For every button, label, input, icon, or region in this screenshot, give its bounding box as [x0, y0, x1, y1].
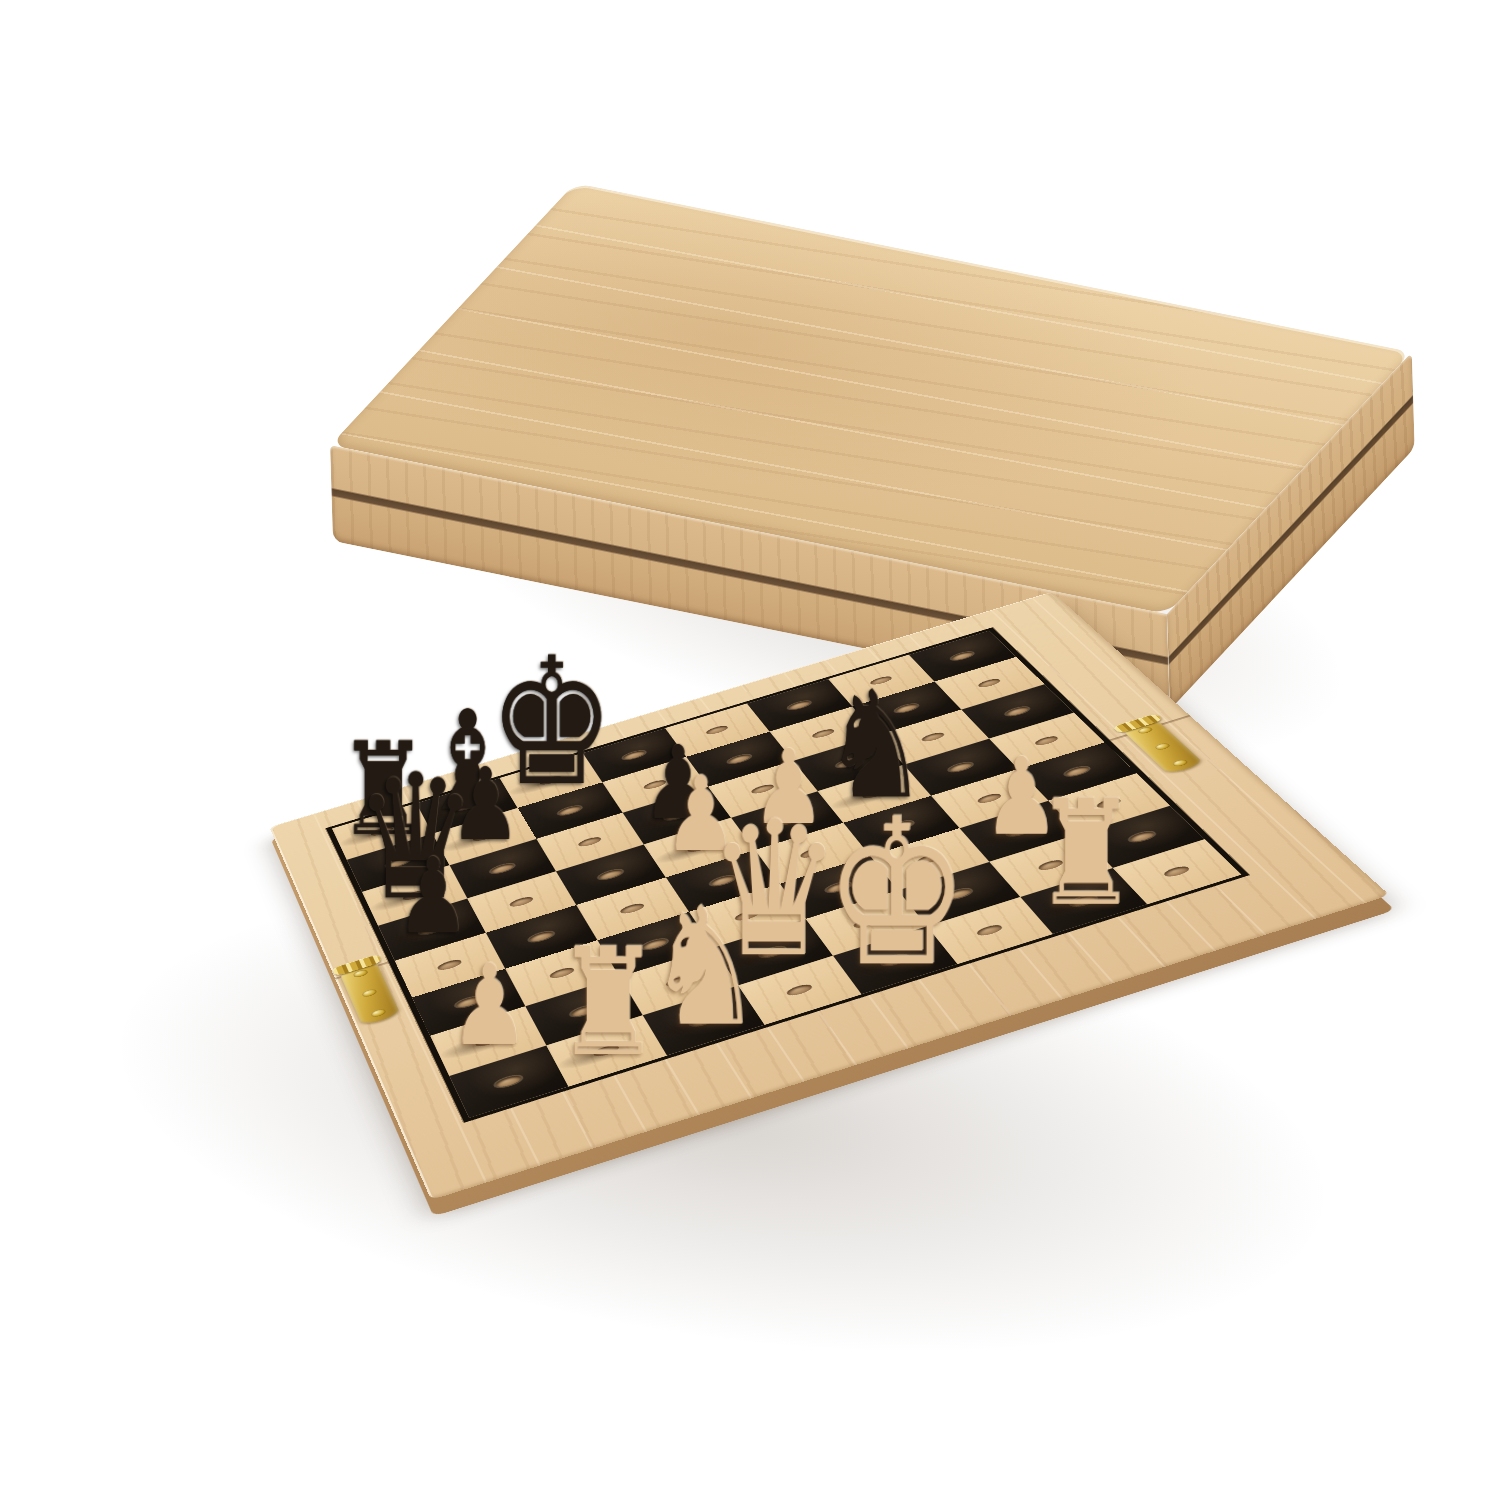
peg-hole: [641, 937, 669, 951]
piece-cast-shadow: [839, 945, 929, 984]
hinge-barrel-icon: [332, 954, 382, 977]
peg-hole: [1033, 735, 1060, 747]
piece-cast-shadow: [823, 780, 905, 814]
peg-hole: [1095, 797, 1124, 810]
piece-cast-shadow: [648, 1004, 738, 1045]
peg-hole: [887, 819, 915, 832]
peg-hole: [385, 856, 410, 869]
square-b4: [486, 905, 598, 969]
open-board-scene: ♜♝♚♟♛♟♟♟♟♞♟♟♛♜♞♚♜: [0, 0, 1500, 1500]
peg-hole: [436, 958, 463, 972]
peg-hole: [787, 700, 812, 711]
peg-hole: [1063, 765, 1091, 778]
chess-grid: ♜♝♚♟♛♟♟♟♟♞♟♟♛♜♞♚♜: [326, 627, 1250, 1122]
screw-icon: [1154, 742, 1172, 751]
peg-hole: [733, 909, 761, 923]
screw-icon: [370, 1008, 387, 1018]
peg-hole: [976, 792, 1004, 805]
peg-hole: [950, 650, 975, 661]
peg-hole: [490, 862, 516, 875]
peg-hole: [622, 749, 647, 761]
peg-hole: [548, 966, 576, 980]
peg-hole: [508, 895, 534, 908]
peg-hole: [664, 974, 693, 988]
peg-hole: [709, 874, 736, 887]
peg-hole: [455, 995, 482, 1009]
peg-hole: [852, 916, 881, 930]
screw-icon: [361, 988, 377, 998]
screw-icon: [1171, 759, 1189, 768]
peg-hole: [976, 677, 1002, 688]
peg-hole: [619, 902, 646, 915]
peg-hole: [1036, 858, 1065, 872]
peg-hole: [727, 753, 753, 765]
peg-hole: [824, 880, 852, 894]
peg-hole: [785, 983, 814, 998]
peg-hole: [810, 728, 836, 740]
peg-hole: [577, 836, 603, 849]
peg-hole: [528, 930, 555, 944]
peg-hole: [947, 761, 974, 773]
peg-hole: [798, 847, 825, 860]
product-photo-scene: ♜♝♚♟♛♟♟♟♟♞♟♟♛♜♞♚♜: [0, 0, 1500, 1500]
peg-hole: [1162, 865, 1192, 879]
peg-hole: [1004, 705, 1031, 717]
square-a1: [449, 1046, 568, 1118]
square-h1: [1113, 839, 1241, 904]
peg-hole: [835, 757, 861, 769]
peg-hole: [494, 1074, 523, 1089]
peg-hole: [975, 923, 1005, 937]
screw-icon: [353, 969, 369, 979]
peg-hole: [569, 1004, 597, 1019]
peg-hole: [894, 702, 920, 714]
peg-hole: [915, 852, 943, 865]
peg-hole: [750, 783, 776, 795]
piece-cast-shadow: [365, 882, 445, 917]
piece-cast-shadow: [1028, 886, 1118, 924]
peg-hole: [642, 779, 667, 791]
peg-hole: [597, 868, 624, 881]
peg-hole: [557, 804, 582, 816]
peg-hole: [920, 731, 946, 743]
peg-hole: [868, 675, 893, 686]
board-surface: ♜♝♚♟♛♟♟♟♟♞♟♟♛♜♞♚♜: [269, 592, 1389, 1200]
peg-hole: [1127, 830, 1156, 843]
piece-cast-shadow: [551, 1035, 641, 1076]
peg-hole: [705, 724, 730, 735]
open-chess-board: ♜♝♚♟♛♟♟♟♟♞♟♟♛♜♞♚♜: [269, 592, 1389, 1200]
peg-hole: [944, 887, 973, 901]
